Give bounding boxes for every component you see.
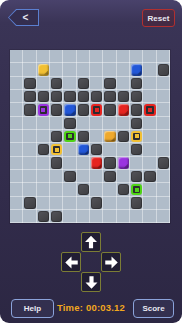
gray-obstacle-r2c1 [24,78,35,89]
green-target-r10c9 [131,184,142,195]
reset-button-label: Reset [148,14,170,23]
gray-obstacle-r3c1 [24,91,35,102]
score-button-label: Score [142,304,164,313]
gray-obstacle-r3c3 [51,91,62,102]
red-target-r4c6 [91,104,102,115]
gray-obstacle-r2c5 [78,78,89,89]
arrow-down-button[interactable] [81,272,101,292]
green-target-r6c4 [64,131,75,142]
gray-obstacle-r3c2 [38,91,49,102]
yellow-target-r7c3 [51,144,62,155]
gray-obstacle-r10c5 [78,184,89,195]
arrow-up-button[interactable] [81,232,101,252]
yellow-target-center [55,148,59,152]
gray-obstacle-r6c5 [78,131,89,142]
right-arrow-icon [105,256,118,269]
gray-obstacle-r7c9 [131,144,142,155]
gray-obstacle-r8c3 [51,157,62,168]
app-screen: < Reset Time: 00:03.12 Help Score [0,0,182,323]
red-target-r4c10 [144,104,155,115]
gray-obstacle-r9c9 [131,171,142,182]
gray-obstacle-r5c9 [131,118,142,129]
gray-obstacle-r12c3 [51,211,62,222]
gray-obstacle-r3c5 [78,91,89,102]
gray-obstacle-r10c8 [118,184,129,195]
green-target-center [135,188,139,192]
gray-obstacle-r2c3 [51,78,62,89]
board [10,50,170,223]
gray-obstacle-r1c11 [158,64,169,75]
gray-obstacle-r9c10 [144,171,155,182]
yellow-block-r1c2[interactable] [38,64,49,75]
gray-obstacle-r7c6 [91,144,102,155]
reset-button[interactable]: Reset [142,9,175,27]
blue-block-r1c9[interactable] [131,64,142,75]
gray-obstacle-r6c8 [118,131,129,142]
gray-obstacle-r11c1 [24,197,35,208]
back-button[interactable]: < [8,9,39,26]
gray-obstacle-r9c4 [64,171,75,182]
gray-obstacle-r11c9 [131,197,142,208]
help-button[interactable]: Help [11,299,54,318]
gray-obstacle-r3c9 [131,91,142,102]
green-target-center [68,134,72,138]
gray-obstacle-r8c7 [104,157,115,168]
yellow-target-r6c9 [131,131,142,142]
gray-obstacle-r8c11 [158,157,169,168]
gray-obstacle-r11c6 [91,197,102,208]
purple-block-r8c8[interactable] [118,157,129,168]
gray-obstacle-r4c9 [131,104,142,115]
red-block-r4c8[interactable] [118,104,129,115]
gray-obstacle-r12c2 [38,211,49,222]
up-arrow-icon [85,236,98,249]
gray-obstacle-r5c4 [64,118,75,129]
arrow-left-button[interactable] [61,252,81,272]
gray-obstacle-r9c7 [104,171,115,182]
gray-obstacle-r3c8 [118,91,129,102]
gray-obstacle-r3c6 [91,91,102,102]
orange-block-r6c7[interactable] [104,131,115,142]
help-button-label: Help [24,304,41,313]
gray-obstacle-r6c3 [51,131,62,142]
purple-target-center [41,108,45,112]
gray-obstacle-r4c3 [51,104,62,115]
purple-target-r4c2 [38,104,49,115]
down-arrow-icon [85,276,98,289]
gray-obstacle-r2c9 [131,78,142,89]
gray-obstacle-r3c4 [64,91,75,102]
red-target-center [148,108,152,112]
red-target-center [95,108,99,112]
blue-block-r7c5[interactable] [78,144,89,155]
gray-obstacle-r7c2 [38,144,49,155]
left-arrow-icon [65,256,78,269]
gray-obstacle-r2c7 [104,78,115,89]
score-button[interactable]: Score [133,299,174,318]
gray-obstacle-r4c7 [104,104,115,115]
gray-obstacle-r4c1 [24,104,35,115]
gray-obstacle-r4c5 [78,104,89,115]
arrow-right-button[interactable] [101,252,121,272]
gray-obstacle-r3c7 [104,91,115,102]
red-block-r8c6[interactable] [91,157,102,168]
blue-block-r4c4[interactable] [64,104,75,115]
yellow-target-center [135,134,139,138]
